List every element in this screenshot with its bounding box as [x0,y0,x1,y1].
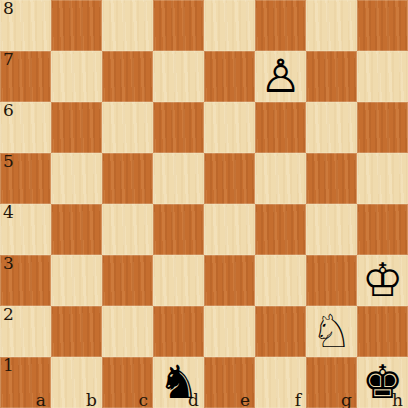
square-b3[interactable] [51,255,102,306]
square-h8[interactable] [357,0,408,51]
square-e4[interactable] [204,204,255,255]
rank-label-8: 8 [3,0,14,18]
file-label-b: b [86,391,97,408]
square-e5[interactable] [204,153,255,204]
square-f4[interactable] [255,204,306,255]
square-g4[interactable] [306,204,357,255]
rank-label-2: 2 [3,304,14,324]
piece-white-knight[interactable]: ♘ [306,306,357,357]
square-h5[interactable] [357,153,408,204]
square-g2[interactable]: ♘ [306,306,357,357]
rank-label-5: 5 [3,151,14,171]
square-d2[interactable] [153,306,204,357]
square-g7[interactable] [306,51,357,102]
square-e3[interactable] [204,255,255,306]
square-f7[interactable]: ♙ [255,51,306,102]
square-a3[interactable]: 3 [0,255,51,306]
square-d3[interactable] [153,255,204,306]
square-d8[interactable] [153,0,204,51]
square-e1[interactable]: e [204,357,255,408]
square-g3[interactable] [306,255,357,306]
square-h2[interactable] [357,306,408,357]
square-c2[interactable] [102,306,153,357]
square-d5[interactable] [153,153,204,204]
file-label-f: f [295,391,301,408]
square-b1[interactable]: b [51,357,102,408]
file-label-g: g [341,391,352,408]
square-d7[interactable] [153,51,204,102]
square-d4[interactable] [153,204,204,255]
square-d6[interactable] [153,102,204,153]
square-h6[interactable] [357,102,408,153]
square-f5[interactable] [255,153,306,204]
rank-label-4: 4 [3,202,14,222]
piece-black-knight[interactable]: ♞ [153,357,204,408]
square-h3[interactable]: ♔ [357,255,408,306]
rank-label-7: 7 [3,49,14,69]
square-d1[interactable]: d♞ [153,357,204,408]
square-c8[interactable] [102,0,153,51]
square-g8[interactable] [306,0,357,51]
square-c5[interactable] [102,153,153,204]
square-h1[interactable]: h♚ [357,357,408,408]
rank-label-6: 6 [3,100,14,120]
square-b5[interactable] [51,153,102,204]
square-e7[interactable] [204,51,255,102]
square-a1[interactable]: 1a [0,357,51,408]
file-label-c: c [138,391,148,408]
square-f6[interactable] [255,102,306,153]
square-h4[interactable] [357,204,408,255]
square-b4[interactable] [51,204,102,255]
square-c6[interactable] [102,102,153,153]
rank-label-3: 3 [3,253,14,273]
square-b2[interactable] [51,306,102,357]
square-f2[interactable] [255,306,306,357]
file-label-a: a [36,391,46,408]
square-g6[interactable] [306,102,357,153]
square-b7[interactable] [51,51,102,102]
square-f8[interactable] [255,0,306,51]
square-a5[interactable]: 5 [0,153,51,204]
square-f3[interactable] [255,255,306,306]
piece-white-king[interactable]: ♔ [357,255,408,306]
square-c3[interactable] [102,255,153,306]
square-c4[interactable] [102,204,153,255]
square-e2[interactable] [204,306,255,357]
square-b6[interactable] [51,102,102,153]
piece-black-king[interactable]: ♚ [357,357,408,408]
square-a8[interactable]: 8 [0,0,51,51]
square-c7[interactable] [102,51,153,102]
square-a2[interactable]: 2 [0,306,51,357]
square-g1[interactable]: g [306,357,357,408]
square-e8[interactable] [204,0,255,51]
piece-white-pawn[interactable]: ♙ [255,51,306,102]
square-a4[interactable]: 4 [0,204,51,255]
rank-label-1: 1 [3,355,14,375]
chess-board: 87♙6543♔2♘1abcd♞efgh♚ [0,0,408,408]
square-a6[interactable]: 6 [0,102,51,153]
square-g5[interactable] [306,153,357,204]
square-h7[interactable] [357,51,408,102]
square-a7[interactable]: 7 [0,51,51,102]
file-label-e: e [240,391,250,408]
square-c1[interactable]: c [102,357,153,408]
square-b8[interactable] [51,0,102,51]
square-f1[interactable]: f [255,357,306,408]
square-e6[interactable] [204,102,255,153]
